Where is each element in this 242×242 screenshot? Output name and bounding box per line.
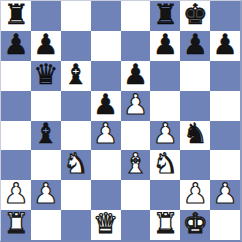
square-c1[interactable]: [61, 210, 91, 240]
square-g5[interactable]: [180, 91, 210, 121]
black-rook-a8[interactable]: ♜: [3, 1, 28, 29]
white-pawn-h2[interactable]: ♟: [213, 180, 238, 208]
square-c3[interactable]: ♞: [61, 150, 91, 180]
square-g4[interactable]: ♞: [180, 121, 210, 151]
square-c8[interactable]: [61, 1, 91, 31]
white-bishop-e3[interactable]: ♝: [123, 150, 148, 178]
square-h5[interactable]: [210, 91, 240, 121]
square-a5[interactable]: [1, 91, 31, 121]
black-pawn-b7[interactable]: ♟: [33, 31, 58, 59]
square-b3[interactable]: [31, 150, 61, 180]
square-e1[interactable]: [121, 210, 151, 240]
white-rook-a1[interactable]: ♜: [3, 210, 28, 238]
square-c6[interactable]: ♝: [61, 61, 91, 91]
square-f6[interactable]: [150, 61, 180, 91]
black-king-g8[interactable]: ♚: [183, 1, 208, 29]
white-pawn-a2[interactable]: ♟: [3, 180, 28, 208]
square-g8[interactable]: ♚: [180, 1, 210, 31]
square-c4[interactable]: [61, 121, 91, 151]
white-pawn-b2[interactable]: ♟: [33, 180, 58, 208]
square-f3[interactable]: ♞: [150, 150, 180, 180]
square-a7[interactable]: ♟: [1, 31, 31, 61]
square-e6[interactable]: ♟: [121, 61, 151, 91]
square-c7[interactable]: [61, 31, 91, 61]
square-g3[interactable]: [180, 150, 210, 180]
square-e4[interactable]: [121, 121, 151, 151]
square-h3[interactable]: [210, 150, 240, 180]
square-a2[interactable]: ♟: [1, 180, 31, 210]
square-d1[interactable]: ♛: [91, 210, 121, 240]
square-h7[interactable]: ♟: [210, 31, 240, 61]
white-rook-f1[interactable]: ♜: [153, 210, 178, 238]
white-queen-d1[interactable]: ♛: [93, 210, 118, 238]
square-b8[interactable]: [31, 1, 61, 31]
square-e3[interactable]: ♝: [121, 150, 151, 180]
square-c2[interactable]: [61, 180, 91, 210]
square-c5[interactable]: [61, 91, 91, 121]
square-h6[interactable]: [210, 61, 240, 91]
square-e8[interactable]: [121, 1, 151, 31]
black-pawn-e6[interactable]: ♟: [123, 61, 148, 89]
black-pawn-g7[interactable]: ♟: [183, 31, 208, 59]
black-pawn-d5[interactable]: ♟: [93, 91, 118, 119]
square-d6[interactable]: [91, 61, 121, 91]
white-knight-f3[interactable]: ♞: [153, 150, 178, 178]
square-f4[interactable]: ♟: [150, 121, 180, 151]
black-knight-g4[interactable]: ♞: [183, 121, 208, 149]
square-e2[interactable]: [121, 180, 151, 210]
square-h2[interactable]: ♟: [210, 180, 240, 210]
square-e7[interactable]: [121, 31, 151, 61]
black-queen-b6[interactable]: ♛: [33, 61, 58, 89]
white-pawn-e5[interactable]: ♟: [123, 91, 148, 119]
white-knight-c3[interactable]: ♞: [63, 150, 88, 178]
square-a4[interactable]: [1, 121, 31, 151]
square-a3[interactable]: [1, 150, 31, 180]
black-pawn-f7[interactable]: ♟: [153, 31, 178, 59]
square-f7[interactable]: ♟: [150, 31, 180, 61]
square-a8[interactable]: ♜: [1, 1, 31, 31]
square-f5[interactable]: [150, 91, 180, 121]
square-d3[interactable]: [91, 150, 121, 180]
white-pawn-g2[interactable]: ♟: [183, 180, 208, 208]
square-d8[interactable]: [91, 1, 121, 31]
square-b4[interactable]: ♝: [31, 121, 61, 151]
square-a6[interactable]: [1, 61, 31, 91]
square-b7[interactable]: ♟: [31, 31, 61, 61]
square-b6[interactable]: ♛: [31, 61, 61, 91]
black-rook-f8[interactable]: ♜: [153, 1, 178, 29]
square-e5[interactable]: ♟: [121, 91, 151, 121]
square-h8[interactable]: [210, 1, 240, 31]
square-g6[interactable]: [180, 61, 210, 91]
square-b5[interactable]: [31, 91, 61, 121]
square-h1[interactable]: [210, 210, 240, 240]
square-d4[interactable]: ♟: [91, 121, 121, 151]
square-a1[interactable]: ♜: [1, 210, 31, 240]
white-king-g1[interactable]: ♚: [183, 210, 208, 238]
square-d7[interactable]: [91, 31, 121, 61]
square-f1[interactable]: ♜: [150, 210, 180, 240]
square-g2[interactable]: ♟: [180, 180, 210, 210]
square-h4[interactable]: [210, 121, 240, 151]
black-bishop-b4[interactable]: ♝: [33, 121, 58, 149]
square-d5[interactable]: ♟: [91, 91, 121, 121]
chess-board: ♜♜♚♟♟♟♟♟♛♝♟♟♟♝♟♟♞♞♝♞♟♟♟♟♜♛♜♚: [1, 1, 240, 240]
square-b2[interactable]: ♟: [31, 180, 61, 210]
square-f8[interactable]: ♜: [150, 1, 180, 31]
square-g7[interactable]: ♟: [180, 31, 210, 61]
square-d2[interactable]: [91, 180, 121, 210]
square-b1[interactable]: [31, 210, 61, 240]
square-g1[interactable]: ♚: [180, 210, 210, 240]
square-f2[interactable]: [150, 180, 180, 210]
white-pawn-f4[interactable]: ♟: [153, 121, 178, 149]
black-bishop-c6[interactable]: ♝: [63, 61, 88, 89]
white-pawn-d4[interactable]: ♟: [93, 121, 118, 149]
black-pawn-h7[interactable]: ♟: [213, 31, 238, 59]
black-pawn-a7[interactable]: ♟: [3, 31, 28, 59]
chess-board-frame: ♜♜♚♟♟♟♟♟♛♝♟♟♟♝♟♟♞♞♝♞♟♟♟♟♜♛♜♚: [0, 0, 242, 242]
